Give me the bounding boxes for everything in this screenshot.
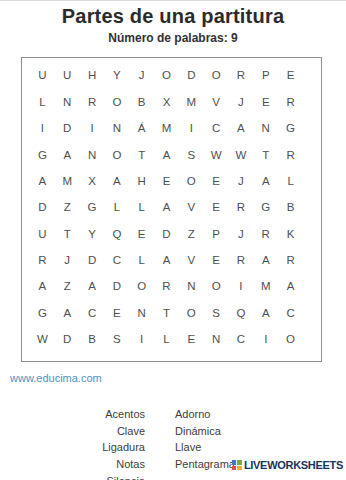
grid-cell-r8-c4[interactable]: C: [104, 248, 129, 274]
word-item-right-5: [175, 473, 346, 480]
grid-cell-r9-c1[interactable]: A: [30, 274, 55, 300]
grid-cell-r9-c9[interactable]: I: [229, 274, 254, 300]
grid-cell-r7-c6[interactable]: D: [154, 221, 179, 247]
grid-cell-r10-c10[interactable]: A: [253, 300, 278, 326]
grid-cell-r2-c4[interactable]: O: [104, 89, 129, 115]
grid-cell-r6-c10[interactable]: G: [253, 195, 278, 221]
word-count-subtitle: Número de palabras: 9: [0, 31, 346, 45]
grid-cell-r2-c3[interactable]: R: [80, 89, 105, 115]
grid-cell-r3-c9[interactable]: A: [229, 116, 254, 142]
page-top-divider: [0, 0, 346, 1]
grid-cell-r1-c8[interactable]: O: [204, 63, 229, 89]
grid-cell-r7-c5[interactable]: E: [129, 221, 154, 247]
grid-cell-r8-c2[interactable]: J: [55, 248, 80, 274]
grid-cell-r7-c9[interactable]: J: [229, 221, 254, 247]
grid-cell-r10-c9[interactable]: Q: [229, 300, 254, 326]
grid-cell-r8-c9[interactable]: R: [229, 248, 254, 274]
grid-cell-r11-c5[interactable]: I: [129, 327, 154, 353]
page-title: Partes de una partitura: [0, 5, 346, 28]
grid-cell-r11-c10[interactable]: I: [253, 327, 278, 353]
word-item-right-2: Dinámica: [175, 423, 346, 440]
grid-cell-r6-c6[interactable]: A: [154, 195, 179, 221]
grid-cell-r3-c8[interactable]: C: [204, 116, 229, 142]
grid-cell-r7-c4[interactable]: Q: [104, 221, 129, 247]
liveworksheets-grid-icon: [232, 460, 242, 470]
grid-cell-r2-c2[interactable]: N: [55, 89, 80, 115]
grid-cell-r1-c11[interactable]: E: [278, 63, 303, 89]
grid-cell-r6-c8[interactable]: E: [204, 195, 229, 221]
grid-cell-r3-c6[interactable]: M: [154, 116, 179, 142]
grid-cell-r2-c7[interactable]: M: [179, 89, 204, 115]
grid-cell-r3-c1[interactable]: I: [30, 116, 55, 142]
grid-cell-r10-c4[interactable]: E: [104, 300, 129, 326]
grid-cell-r10-c6[interactable]: T: [154, 300, 179, 326]
grid-cell-r4-c10[interactable]: T: [253, 142, 278, 168]
grid-cell-r6-c3[interactable]: G: [80, 195, 105, 221]
grid-cell-r8-c7[interactable]: V: [179, 248, 204, 274]
grid-cell-r2-c10[interactable]: E: [253, 89, 278, 115]
grid-cell-r6-c9[interactable]: R: [229, 195, 254, 221]
grid-cell-r2-c5[interactable]: B: [129, 89, 154, 115]
grid-cell-r11-c11[interactable]: O: [278, 327, 303, 353]
word-item-left-2: Clave: [0, 423, 145, 440]
grid-cell-r1-c1[interactable]: U: [30, 63, 55, 89]
word-item-left-5: Silencio: [0, 473, 145, 480]
grid-cell-r1-c9[interactable]: R: [229, 63, 254, 89]
grid-cell-r3-c3[interactable]: I: [80, 116, 105, 142]
grid-cell-r6-c4[interactable]: L: [104, 195, 129, 221]
grid-cell-r1-c10[interactable]: P: [253, 63, 278, 89]
grid-cell-r8-c5[interactable]: L: [129, 248, 154, 274]
grid-cell-r9-c11[interactable]: A: [278, 274, 303, 300]
grid-cell-r1-c6[interactable]: O: [154, 63, 179, 89]
grid-cell-r2-c8[interactable]: V: [204, 89, 229, 115]
grid-cell-r3-c4[interactable]: N: [104, 116, 129, 142]
grid-cell-r3-c5[interactable]: Á: [129, 116, 154, 142]
grid-cell-r6-c2[interactable]: Z: [55, 195, 80, 221]
grid-cell-r11-c6[interactable]: L: [154, 327, 179, 353]
grid-cell-r4-c5[interactable]: T: [129, 142, 154, 168]
grid-cell-r11-c3[interactable]: B: [80, 327, 105, 353]
grid-cell-r1-c4[interactable]: Y: [104, 63, 129, 89]
grid-cell-r4-c7[interactable]: S: [179, 142, 204, 168]
grid-cell-r11-c7[interactable]: E: [179, 327, 204, 353]
grid-cell-r5-c6[interactable]: E: [154, 168, 179, 194]
grid-cell-r9-c3[interactable]: A: [80, 274, 105, 300]
educima-link[interactable]: www.educima.com: [10, 372, 102, 384]
grid-cell-r10-c2[interactable]: A: [55, 300, 80, 326]
grid-cell-r9-c6[interactable]: R: [154, 274, 179, 300]
grid-cell-r3-c10[interactable]: N: [253, 116, 278, 142]
grid-cell-r3-c7[interactable]: I: [179, 116, 204, 142]
grid-cell-r8-c6[interactable]: A: [154, 248, 179, 274]
grid-cell-r5-c11[interactable]: L: [278, 168, 303, 194]
grid-cell-r3-c2[interactable]: D: [55, 116, 80, 142]
grid-cell-r11-c9[interactable]: C: [229, 327, 254, 353]
grid-cell-r7-c1[interactable]: U: [30, 221, 55, 247]
grid-cell-r4-c1[interactable]: G: [30, 142, 55, 168]
grid-cell-r4-c9[interactable]: W: [229, 142, 254, 168]
grid-cell-r7-c7[interactable]: Z: [179, 221, 204, 247]
grid-cell-r6-c7[interactable]: V: [179, 195, 204, 221]
grid-cell-r7-c8[interactable]: P: [204, 221, 229, 247]
grid-cell-r5-c9[interactable]: J: [229, 168, 254, 194]
grid-cell-r9-c5[interactable]: O: [129, 274, 154, 300]
grid-cell-r11-c4[interactable]: S: [104, 327, 129, 353]
grid-cell-r4-c6[interactable]: A: [154, 142, 179, 168]
grid-cell-r8-c10[interactable]: A: [253, 248, 278, 274]
grid-cell-r9-c2[interactable]: Z: [55, 274, 80, 300]
grid-cell-r2-c6[interactable]: X: [154, 89, 179, 115]
grid-cell-r6-c11[interactable]: B: [278, 195, 303, 221]
word-item-left-4: Notas: [0, 456, 145, 473]
grid-cell-r8-c8[interactable]: E: [204, 248, 229, 274]
word-item-left-1: Acentos: [0, 406, 145, 423]
grid-cell-r9-c8[interactable]: O: [204, 274, 229, 300]
grid-cell-r2-c11[interactable]: R: [278, 89, 303, 115]
grid-cell-r9-c4[interactable]: D: [104, 274, 129, 300]
grid-cell-r4-c4[interactable]: O: [104, 142, 129, 168]
grid-cell-r1-c2[interactable]: U: [55, 63, 80, 89]
grid-cell-r10-c1[interactable]: G: [30, 300, 55, 326]
grid-cell-r7-c3[interactable]: Y: [80, 221, 105, 247]
grid-cell-r4-c2[interactable]: A: [55, 142, 80, 168]
grid-cell-r11-c2[interactable]: D: [55, 327, 80, 353]
grid-cell-r6-c5[interactable]: L: [129, 195, 154, 221]
grid-cell-r9-c10[interactable]: M: [253, 274, 278, 300]
word-search-grid[interactable]: UUHYJODORPELNROBXMVJERIDINÁMICANGGANOTAS…: [21, 57, 322, 362]
grid-cell-r5-c8[interactable]: E: [204, 168, 229, 194]
grid-cell-r4-c8[interactable]: W: [204, 142, 229, 168]
word-item-right-1: Adorno: [175, 406, 346, 423]
grid-cell-r10-c3[interactable]: C: [80, 300, 105, 326]
grid-cell-r6-c1[interactable]: D: [30, 195, 55, 221]
grid-cell-r5-c2[interactable]: M: [55, 168, 80, 194]
grid-cell-r1-c7[interactable]: D: [179, 63, 204, 89]
grid-cell-r10-c7[interactable]: O: [179, 300, 204, 326]
grid-cell-r10-c11[interactable]: C: [278, 300, 303, 326]
grid-cell-r3-c11[interactable]: G: [278, 116, 303, 142]
grid-cell-r11-c8[interactable]: N: [204, 327, 229, 353]
grid-cell-r7-c11[interactable]: K: [278, 221, 303, 247]
grid-cell-r8-c3[interactable]: D: [80, 248, 105, 274]
grid-cell-r5-c3[interactable]: X: [80, 168, 105, 194]
grid-cell-r11-c1[interactable]: W: [30, 327, 55, 353]
grid-cell-r8-c11[interactable]: R: [278, 248, 303, 274]
liveworksheets-logo[interactable]: LIVEWORKSHEETS: [232, 459, 343, 471]
grid-cell-r10-c5[interactable]: N: [129, 300, 154, 326]
grid-cell-r4-c11[interactable]: R: [278, 142, 303, 168]
grid-cell-r4-c3[interactable]: N: [80, 142, 105, 168]
word-item-left-3: Ligadura: [0, 439, 145, 456]
grid-cell-r1-c5[interactable]: J: [129, 63, 154, 89]
word-item-right-3: Llave: [175, 439, 346, 456]
grid-cell-r2-c9[interactable]: J: [229, 89, 254, 115]
grid-cell-r8-c1[interactable]: R: [30, 248, 55, 274]
grid-cell-r5-c10[interactable]: A: [253, 168, 278, 194]
grid-cell-r1-c3[interactable]: H: [80, 63, 105, 89]
grid-cell-r5-c7[interactable]: O: [179, 168, 204, 194]
grid-cell-r5-c5[interactable]: H: [129, 168, 154, 194]
grid-cell-r5-c4[interactable]: A: [104, 168, 129, 194]
liveworksheets-logo-text: LIVEWORKSHEETS: [244, 459, 343, 471]
grid-cell-r5-c1[interactable]: A: [30, 168, 55, 194]
grid-cell-r10-c8[interactable]: S: [204, 300, 229, 326]
grid-cell-r9-c7[interactable]: N: [179, 274, 204, 300]
grid-cell-r7-c2[interactable]: T: [55, 221, 80, 247]
grid-cell-r2-c1[interactable]: L: [30, 89, 55, 115]
grid-cell-r7-c10[interactable]: R: [253, 221, 278, 247]
